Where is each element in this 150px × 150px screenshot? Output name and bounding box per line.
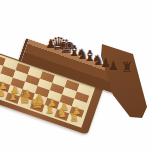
black-r-slab[interactable]: ♜ xyxy=(121,60,134,74)
white-b-c1[interactable]: ♝ xyxy=(7,89,19,102)
white-k-e1[interactable]: ♚ xyxy=(30,95,44,111)
chess-set-photo: ♟♟♟♟♟♟♟♟♜♞♝♛♚♝♞♜♟♛♚♝♞♝♞♟♟♜ xyxy=(0,0,150,150)
white-n-b1[interactable]: ♞ xyxy=(0,86,6,98)
white-n-g1[interactable]: ♞ xyxy=(56,107,67,119)
white-b-f1[interactable]: ♝ xyxy=(44,102,56,115)
black-p-edge-9[interactable]: ♟ xyxy=(108,60,119,72)
white-r-h1[interactable]: ♜ xyxy=(69,112,79,123)
